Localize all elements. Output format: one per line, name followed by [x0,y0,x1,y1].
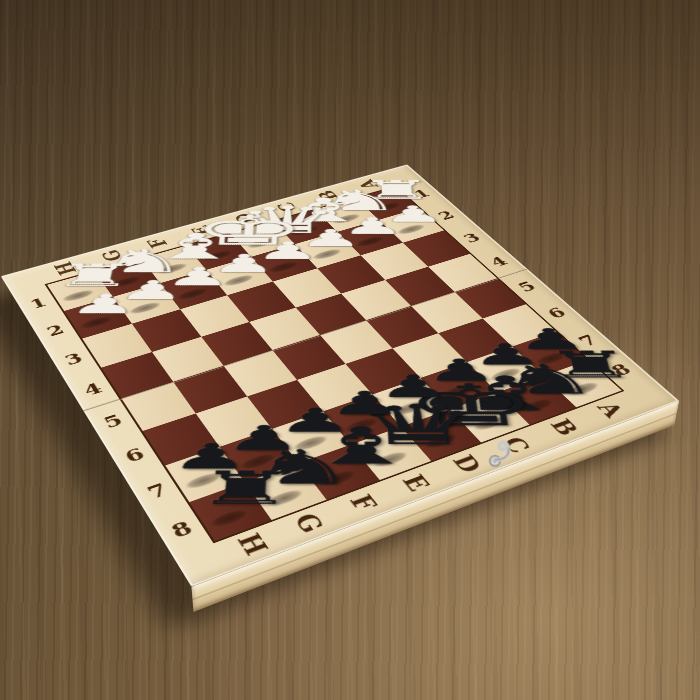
chess-board: 1234567812345678HGFEDCBAHGFEDCBA ♜♞♝♚♛♝♞… [1,165,679,587]
table-surface: 1234567812345678HGFEDCBAHGFEDCBA ♜♞♝♚♛♝♞… [0,0,700,700]
piece-white-pawn-h2: ♟ [66,291,134,318]
clasp-hook-icon [487,426,521,469]
piece-white-rook-h1: ♜ [49,260,117,291]
board-top-face: 1234567812345678HGFEDCBAHGFEDCBA ♜♞♝♚♛♝♞… [1,165,679,587]
